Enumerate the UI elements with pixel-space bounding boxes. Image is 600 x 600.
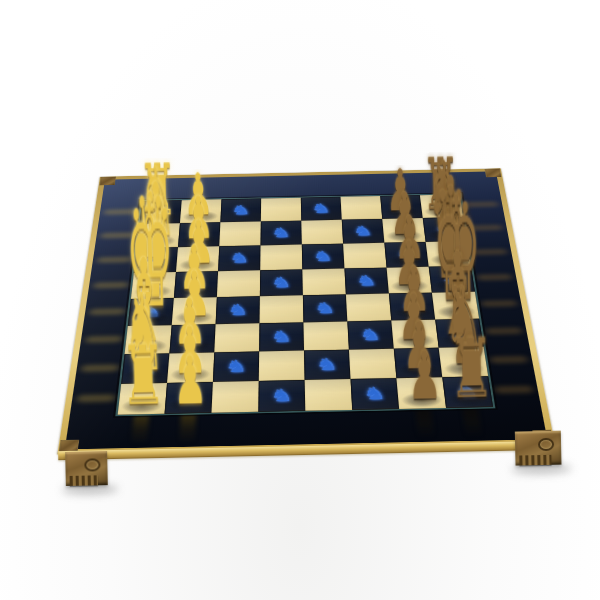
square-a6 <box>341 196 383 220</box>
square-a4 <box>261 198 301 222</box>
square-shading <box>301 219 343 244</box>
piece-white-pawn: ♟ <box>165 382 213 414</box>
pegasus-motif-icon: ♞ <box>312 249 333 263</box>
square-shading <box>303 321 348 350</box>
squares-grid: ♞♜♟♞♞♞♟♜♞♞♟♞♞♟♞♞♞♝♟♞♞♞♟♝♛♞♟♞♞♟♞♛♞♚♟♞♞♞♟♚… <box>118 194 493 414</box>
square-shading <box>260 295 304 323</box>
pegasus-motif-icon: ♞ <box>314 300 336 316</box>
perspective-tilt-wrapper: ♞♜♟♞♞♞♟♜♞♞♟♞♞♟♞♞♞♝♟♞♞♞♟♝♛♞♟♞♞♟♞♛♞♚♟♞♞♞♟♚… <box>0 0 600 600</box>
white-rook-glyph: ♜ <box>119 338 166 414</box>
black-pawn-glyph: ♟ <box>407 346 442 408</box>
pegasus-motif-icon: ♞ <box>311 202 332 215</box>
square-e4 <box>260 295 304 323</box>
pegasus-motif-icon: ♞ <box>229 251 250 265</box>
chess-board: ♞♜♟♞♞♞♟♜♞♞♟♞♞♟♞♞♞♝♟♞♞♞♟♝♛♞♟♞♞♟♞♛♞♚♟♞♞♞♟♚… <box>57 168 554 454</box>
square-shading <box>217 270 260 297</box>
white-pawn-glyph: ♟ <box>172 351 207 413</box>
square-shading <box>302 268 346 295</box>
piece-black-rook: ♜ <box>442 376 493 408</box>
square-shading <box>343 242 387 268</box>
pegasus-motif-icon: ♞ <box>231 203 251 216</box>
reflection-smudge <box>494 386 534 394</box>
square-d3 <box>217 270 260 297</box>
square-shading <box>259 350 305 380</box>
square-e5: ♞ <box>303 294 347 322</box>
pegasus-motif-icon: ♞ <box>315 356 338 373</box>
piece-white-rook: ♜ <box>118 383 167 415</box>
pegasus-motif-icon: ♞ <box>227 302 249 318</box>
square-b3 <box>219 222 261 247</box>
product-photo-scene: ♞♜♟♞♞♞♟♜♞♞♟♞♞♟♞♞♞♝♟♞♞♞♟♝♛♞♟♞♞♟♞♛♞♚♟♞♞♞♟♚… <box>0 0 600 600</box>
square-e6 <box>346 294 391 322</box>
perspective-container: ♞♜♟♞♞♞♟♜♞♞♟♞♞♟♞♞♞♝♟♞♞♞♟♝♛♞♟♞♞♟♞♛♞♚♟♞♞♞♟♚… <box>0 0 600 600</box>
square-d4: ♞ <box>260 269 303 296</box>
black-rook-glyph: ♜ <box>448 331 495 407</box>
pegasus-motif-icon: ♞ <box>270 328 292 344</box>
square-b6: ♞ <box>342 219 385 244</box>
reflection-smudge <box>76 394 116 402</box>
square-h5 <box>305 379 353 411</box>
corner-bracket-icon <box>99 177 116 186</box>
square-shading <box>260 244 302 270</box>
reflection-smudge <box>85 336 123 343</box>
square-shading <box>259 322 304 351</box>
square-c6 <box>343 243 386 269</box>
square-g5: ♞ <box>304 350 350 380</box>
square-h1: ♜ <box>118 383 167 415</box>
reflection-smudge <box>80 364 119 372</box>
reflection-smudge <box>89 308 126 315</box>
pegasus-motif-icon: ♞ <box>362 384 386 402</box>
square-f6: ♞ <box>347 321 393 350</box>
square-shading <box>216 296 260 324</box>
square-shading <box>261 197 301 221</box>
pegasus-motif-icon: ♞ <box>352 224 373 238</box>
reflection-streak <box>130 415 149 447</box>
square-h7: ♟ <box>396 377 446 409</box>
reflection-smudge <box>489 356 528 364</box>
corner-bracket-icon <box>485 169 502 178</box>
square-shading <box>346 293 391 321</box>
square-c3: ♞ <box>218 245 260 271</box>
reflection-smudge <box>480 300 517 307</box>
square-shading <box>219 221 261 246</box>
square-b5 <box>301 220 343 245</box>
square-g3: ♞ <box>213 352 259 382</box>
square-h4: ♞ <box>258 380 305 412</box>
square-f5 <box>303 321 348 350</box>
square-h2: ♞♟ <box>165 382 213 414</box>
square-c4 <box>260 245 302 271</box>
square-f4: ♞ <box>259 322 304 351</box>
square-a5: ♞ <box>301 197 342 221</box>
square-shading <box>211 380 258 412</box>
square-shading <box>349 348 397 378</box>
square-e3: ♞ <box>216 296 260 324</box>
square-shading <box>305 378 353 410</box>
piece-black-pawn: ♟ <box>396 377 446 409</box>
pegasus-motif-icon: ♞ <box>271 275 292 290</box>
reflection-streak <box>178 414 195 446</box>
pegasus-motif-icon: ♞ <box>359 326 382 342</box>
square-g6 <box>349 349 396 379</box>
pegasus-motif-icon: ♞ <box>355 273 377 288</box>
square-f3 <box>214 323 259 352</box>
square-h6: ♞ <box>351 378 400 410</box>
square-h8: ♞♜ <box>442 376 493 408</box>
bronze-foot-left <box>65 451 108 486</box>
square-b4: ♞ <box>261 221 302 246</box>
square-h3 <box>211 381 258 413</box>
bronze-foot-right <box>515 431 562 466</box>
pegasus-motif-icon: ♞ <box>225 358 248 375</box>
square-shading <box>341 195 383 219</box>
pegasus-motif-icon: ♞ <box>271 226 292 240</box>
square-shading <box>214 323 259 352</box>
pegasus-motif-icon: ♞ <box>270 386 293 404</box>
square-d5 <box>302 269 346 296</box>
square-g4 <box>259 351 305 381</box>
square-a3: ♞ <box>220 199 261 223</box>
square-c5: ♞ <box>302 244 345 270</box>
square-d6: ♞ <box>344 268 388 295</box>
